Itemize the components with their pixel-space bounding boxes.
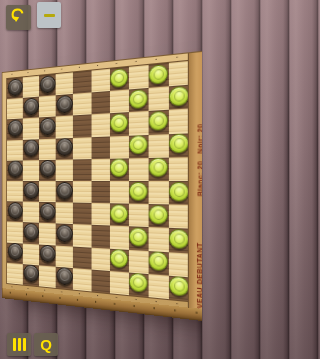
piece-blanc[interactable] (169, 229, 189, 249)
square-r10c1 (7, 263, 23, 285)
square-r2c6[interactable] (91, 91, 109, 115)
square-r2c9 (148, 87, 168, 112)
square-r2c3 (39, 95, 56, 117)
square-r5c1[interactable] (7, 160, 23, 181)
square-r1c3[interactable] (39, 74, 56, 97)
piece-blanc[interactable] (169, 134, 189, 154)
piece-noir[interactable] (23, 182, 38, 199)
square-r10c9 (148, 274, 168, 299)
piece-noir[interactable] (8, 202, 23, 219)
square-r6c8[interactable] (129, 181, 149, 204)
square-r3c3[interactable] (39, 117, 56, 139)
piece-blanc[interactable] (110, 113, 128, 132)
square-r5c7[interactable] (110, 158, 129, 181)
square-r3c8 (129, 111, 149, 135)
square-r6c2[interactable] (23, 181, 39, 202)
square-r6c1 (7, 181, 23, 202)
square-r8c1 (7, 222, 23, 243)
minus-icon (44, 14, 55, 17)
square-r7c1[interactable] (7, 201, 23, 222)
checkers-board[interactable] (6, 60, 191, 303)
square-r7c7[interactable] (110, 203, 129, 226)
square-r6c6[interactable] (91, 181, 109, 203)
square-r8c8[interactable] (129, 227, 149, 251)
piece-blanc[interactable] (110, 68, 128, 88)
square-r9c10 (169, 252, 190, 277)
menu-button[interactable] (7, 333, 31, 356)
square-r5c8 (129, 158, 149, 181)
piece-noir[interactable] (56, 182, 72, 200)
score-label: Blanc: 20 Noir: 20 (196, 76, 202, 196)
square-r8c9 (148, 227, 168, 251)
rotate-q-icon: Q (40, 337, 52, 352)
square-r4c8[interactable] (129, 135, 149, 159)
piece-noir[interactable] (56, 95, 72, 114)
piece-blanc[interactable] (129, 273, 148, 293)
square-r10c3 (39, 265, 56, 288)
checkers-app-screen: { "game": { "name": "Checkers (internati… (0, 0, 202, 359)
square-r9c5[interactable] (73, 246, 91, 269)
square-r6c4[interactable] (56, 181, 73, 203)
piece-blanc[interactable] (169, 276, 189, 297)
square-r2c7 (110, 90, 129, 114)
square-r1c7[interactable] (110, 67, 129, 91)
square-r3c1[interactable] (7, 119, 23, 140)
piece-noir[interactable] (23, 97, 38, 115)
square-r5c3[interactable] (39, 160, 56, 181)
square-r4c2[interactable] (23, 139, 39, 160)
square-r10c10[interactable] (169, 275, 190, 301)
square-r9c7[interactable] (110, 248, 129, 272)
square-r5c5[interactable] (73, 159, 91, 181)
square-r3c5[interactable] (73, 115, 91, 138)
piece-blanc[interactable] (129, 182, 148, 201)
square-r7c4 (56, 202, 73, 224)
board-frame: Blanc: 20 Noir: 20 NIVEAU DEBUTANT (2, 50, 202, 312)
square-r10c4[interactable] (56, 267, 73, 290)
piece-blanc[interactable] (149, 64, 168, 85)
piece-noir[interactable] (40, 117, 56, 135)
square-r8c3 (39, 223, 56, 245)
square-r9c1[interactable] (7, 242, 23, 264)
square-r5c9[interactable] (148, 157, 168, 181)
piece-noir[interactable] (56, 224, 72, 242)
square-r2c2[interactable] (23, 97, 39, 119)
square-r2c5 (73, 93, 91, 116)
square-r7c9[interactable] (148, 204, 168, 228)
square-r4c10[interactable] (169, 133, 190, 157)
square-r8c10[interactable] (169, 228, 190, 253)
square-r8c7 (110, 226, 129, 250)
piece-noir[interactable] (40, 75, 56, 94)
square-r10c2[interactable] (23, 264, 39, 286)
square-r10c7 (110, 271, 129, 295)
square-r6c10[interactable] (169, 181, 190, 205)
square-r9c6 (91, 247, 109, 271)
square-r4c3 (39, 138, 56, 160)
square-r1c4 (56, 72, 73, 95)
square-r9c8 (129, 249, 149, 273)
square-r10c6[interactable] (91, 269, 109, 293)
piece-blanc[interactable] (129, 89, 148, 109)
square-r9c9[interactable] (148, 251, 168, 276)
square-r10c5 (73, 268, 91, 292)
square-r6c3 (39, 181, 56, 202)
undo-button[interactable] (6, 5, 31, 30)
piece-blanc[interactable] (169, 86, 189, 107)
piece-blanc[interactable] (129, 227, 148, 247)
square-r2c10[interactable] (169, 85, 190, 110)
square-r3c2 (23, 118, 39, 140)
square-r9c2 (23, 243, 39, 265)
piece-noir[interactable] (23, 139, 38, 156)
square-r3c9[interactable] (148, 110, 168, 134)
square-r8c5 (73, 224, 91, 247)
piece-blanc[interactable] (110, 249, 128, 269)
board-right-rail: Blanc: 20 Noir: 20 NIVEAU DEBUTANT (188, 51, 202, 311)
level-label: NIVEAU DEBUTANT (196, 203, 202, 317)
square-r5c10 (169, 157, 190, 181)
square-r10c8[interactable] (129, 272, 149, 297)
piece-noir[interactable] (8, 161, 23, 178)
square-r2c4[interactable] (56, 94, 73, 117)
square-r7c2 (23, 202, 39, 223)
square-r7c10 (169, 205, 190, 229)
rotate-button[interactable]: Q (34, 333, 58, 356)
square-r5c4 (56, 159, 73, 181)
piece-noir[interactable] (56, 267, 72, 286)
square-r1c2 (23, 76, 39, 98)
square-r4c7 (110, 135, 129, 158)
piece-noir[interactable] (8, 243, 23, 261)
square-r6c7 (110, 181, 129, 204)
square-r2c8[interactable] (129, 88, 149, 112)
square-r1c1[interactable] (7, 77, 23, 99)
piece-blanc[interactable] (149, 251, 168, 271)
square-r3c4 (56, 116, 73, 138)
square-r7c5[interactable] (73, 203, 91, 225)
square-r3c7[interactable] (110, 113, 129, 137)
piece-noir[interactable] (23, 265, 38, 283)
piece-blanc[interactable] (149, 111, 168, 131)
square-r1c8 (129, 65, 149, 90)
square-r3c10 (169, 109, 190, 134)
square-r8c4[interactable] (56, 224, 73, 246)
minus-button[interactable] (37, 2, 61, 28)
square-r8c2[interactable] (23, 222, 39, 244)
undo-arrow-icon (10, 7, 27, 28)
menu-bars-icon (13, 338, 26, 351)
piece-blanc[interactable] (129, 135, 148, 154)
square-r6c5 (73, 181, 91, 203)
square-r5c6 (91, 159, 109, 181)
piece-noir[interactable] (8, 119, 23, 136)
square-r1c6 (91, 69, 109, 93)
square-r7c6 (91, 203, 109, 226)
piece-noir[interactable] (40, 160, 56, 177)
board-scene: Blanc: 20 Noir: 20 NIVEAU DEBUTANT (2, 50, 202, 312)
piece-blanc[interactable] (149, 158, 168, 177)
square-r9c3[interactable] (39, 244, 56, 266)
square-r9c4 (56, 245, 73, 268)
square-r3c6 (91, 114, 109, 137)
square-r5c2 (23, 160, 39, 181)
square-r4c6[interactable] (91, 136, 109, 159)
square-r8c6[interactable] (91, 225, 109, 248)
piece-noir[interactable] (40, 203, 56, 221)
piece-blanc[interactable] (149, 205, 168, 225)
square-r7c3[interactable] (39, 202, 56, 224)
square-r7c8 (129, 204, 149, 228)
square-r4c9 (148, 134, 168, 158)
piece-noir[interactable] (56, 138, 72, 156)
square-r1c9[interactable] (148, 63, 168, 88)
square-r1c5[interactable] (73, 71, 91, 94)
square-r1c10 (169, 61, 190, 87)
piece-noir[interactable] (40, 245, 56, 263)
square-r6c9 (148, 181, 168, 205)
piece-blanc[interactable] (169, 182, 189, 201)
square-r4c1 (7, 140, 23, 161)
square-r4c4[interactable] (56, 138, 73, 160)
piece-blanc[interactable] (110, 204, 128, 223)
square-r2c1 (7, 98, 23, 120)
square-r4c5 (73, 137, 91, 159)
piece-blanc[interactable] (110, 159, 128, 178)
piece-noir[interactable] (23, 223, 38, 241)
piece-noir[interactable] (8, 78, 23, 96)
